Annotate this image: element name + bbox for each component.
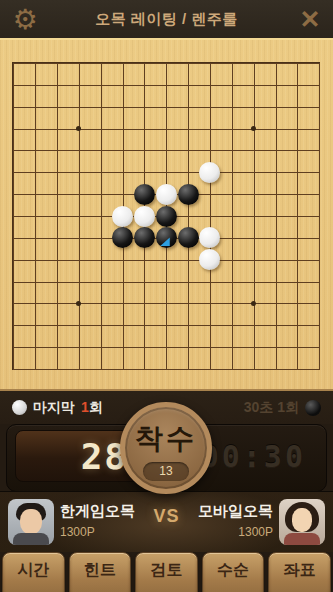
status-left-prefix: 마지막 <box>33 399 75 417</box>
stone-black <box>156 206 177 227</box>
status-left-count: 1회 <box>81 399 103 417</box>
avatar-right[interactable] <box>279 499 325 545</box>
byoyomi-status: 30초 1회 <box>244 399 321 417</box>
avatar-right-face <box>292 508 312 532</box>
place-stone-label: 착수 <box>125 420 207 458</box>
black-stone-icon <box>305 400 321 416</box>
page-title: 오목 레이팅 / 렌주룰 <box>0 0 333 38</box>
stone-white <box>156 184 177 205</box>
grid-line <box>13 347 320 348</box>
moves-button[interactable]: 수순 <box>202 552 265 592</box>
close-icon[interactable]: ✕ <box>291 0 329 38</box>
grid-line <box>13 260 320 261</box>
grid-line <box>276 63 277 370</box>
stone-black <box>134 184 155 205</box>
undo-remaining-status: 마지막 1회 <box>12 399 103 417</box>
grid-line <box>297 63 298 370</box>
review-button[interactable]: 검토 <box>135 552 198 592</box>
time-button[interactable]: 시간 <box>2 552 65 592</box>
grid-line <box>210 63 211 370</box>
board[interactable] <box>0 38 333 391</box>
top-bar: ⚙ 오목 레이팅 / 렌주룰 ✕ <box>0 0 333 39</box>
player-right-info: 모바일오목 1300P <box>198 502 273 539</box>
last-move-marker <box>160 237 170 246</box>
place-stone-button[interactable]: 착수 13 <box>120 402 212 494</box>
grid-line <box>188 63 189 370</box>
white-stone-icon <box>12 400 27 415</box>
avatar-left-body <box>13 533 49 545</box>
player-right-points: 1300P <box>198 525 273 539</box>
grid-line <box>13 282 320 283</box>
grid-line <box>13 303 320 304</box>
avatar-right-body <box>284 533 320 545</box>
grid-line <box>232 63 233 370</box>
status-right-label: 30초 1회 <box>244 399 299 417</box>
grid-line <box>254 63 255 370</box>
player-bar: 한게임오목 1300P VS 모바일오목 1300P <box>0 491 333 552</box>
player-right-name: 모바일오목 <box>198 502 273 521</box>
grid-line <box>319 63 320 370</box>
hint-button[interactable]: 힌트 <box>69 552 132 592</box>
grid-line <box>13 369 320 370</box>
stone-black <box>178 184 199 205</box>
bottom-button-row: 시간 힌트 검토 수순 좌표 <box>0 552 333 592</box>
stone-black <box>178 227 199 248</box>
stone-white <box>112 206 133 227</box>
player-left-points: 1300P <box>60 525 135 539</box>
grid-line <box>13 325 320 326</box>
stone-black <box>156 227 177 248</box>
stone-white <box>134 206 155 227</box>
coords-button[interactable]: 좌표 <box>268 552 331 592</box>
move-count-badge: 13 <box>143 462 189 481</box>
